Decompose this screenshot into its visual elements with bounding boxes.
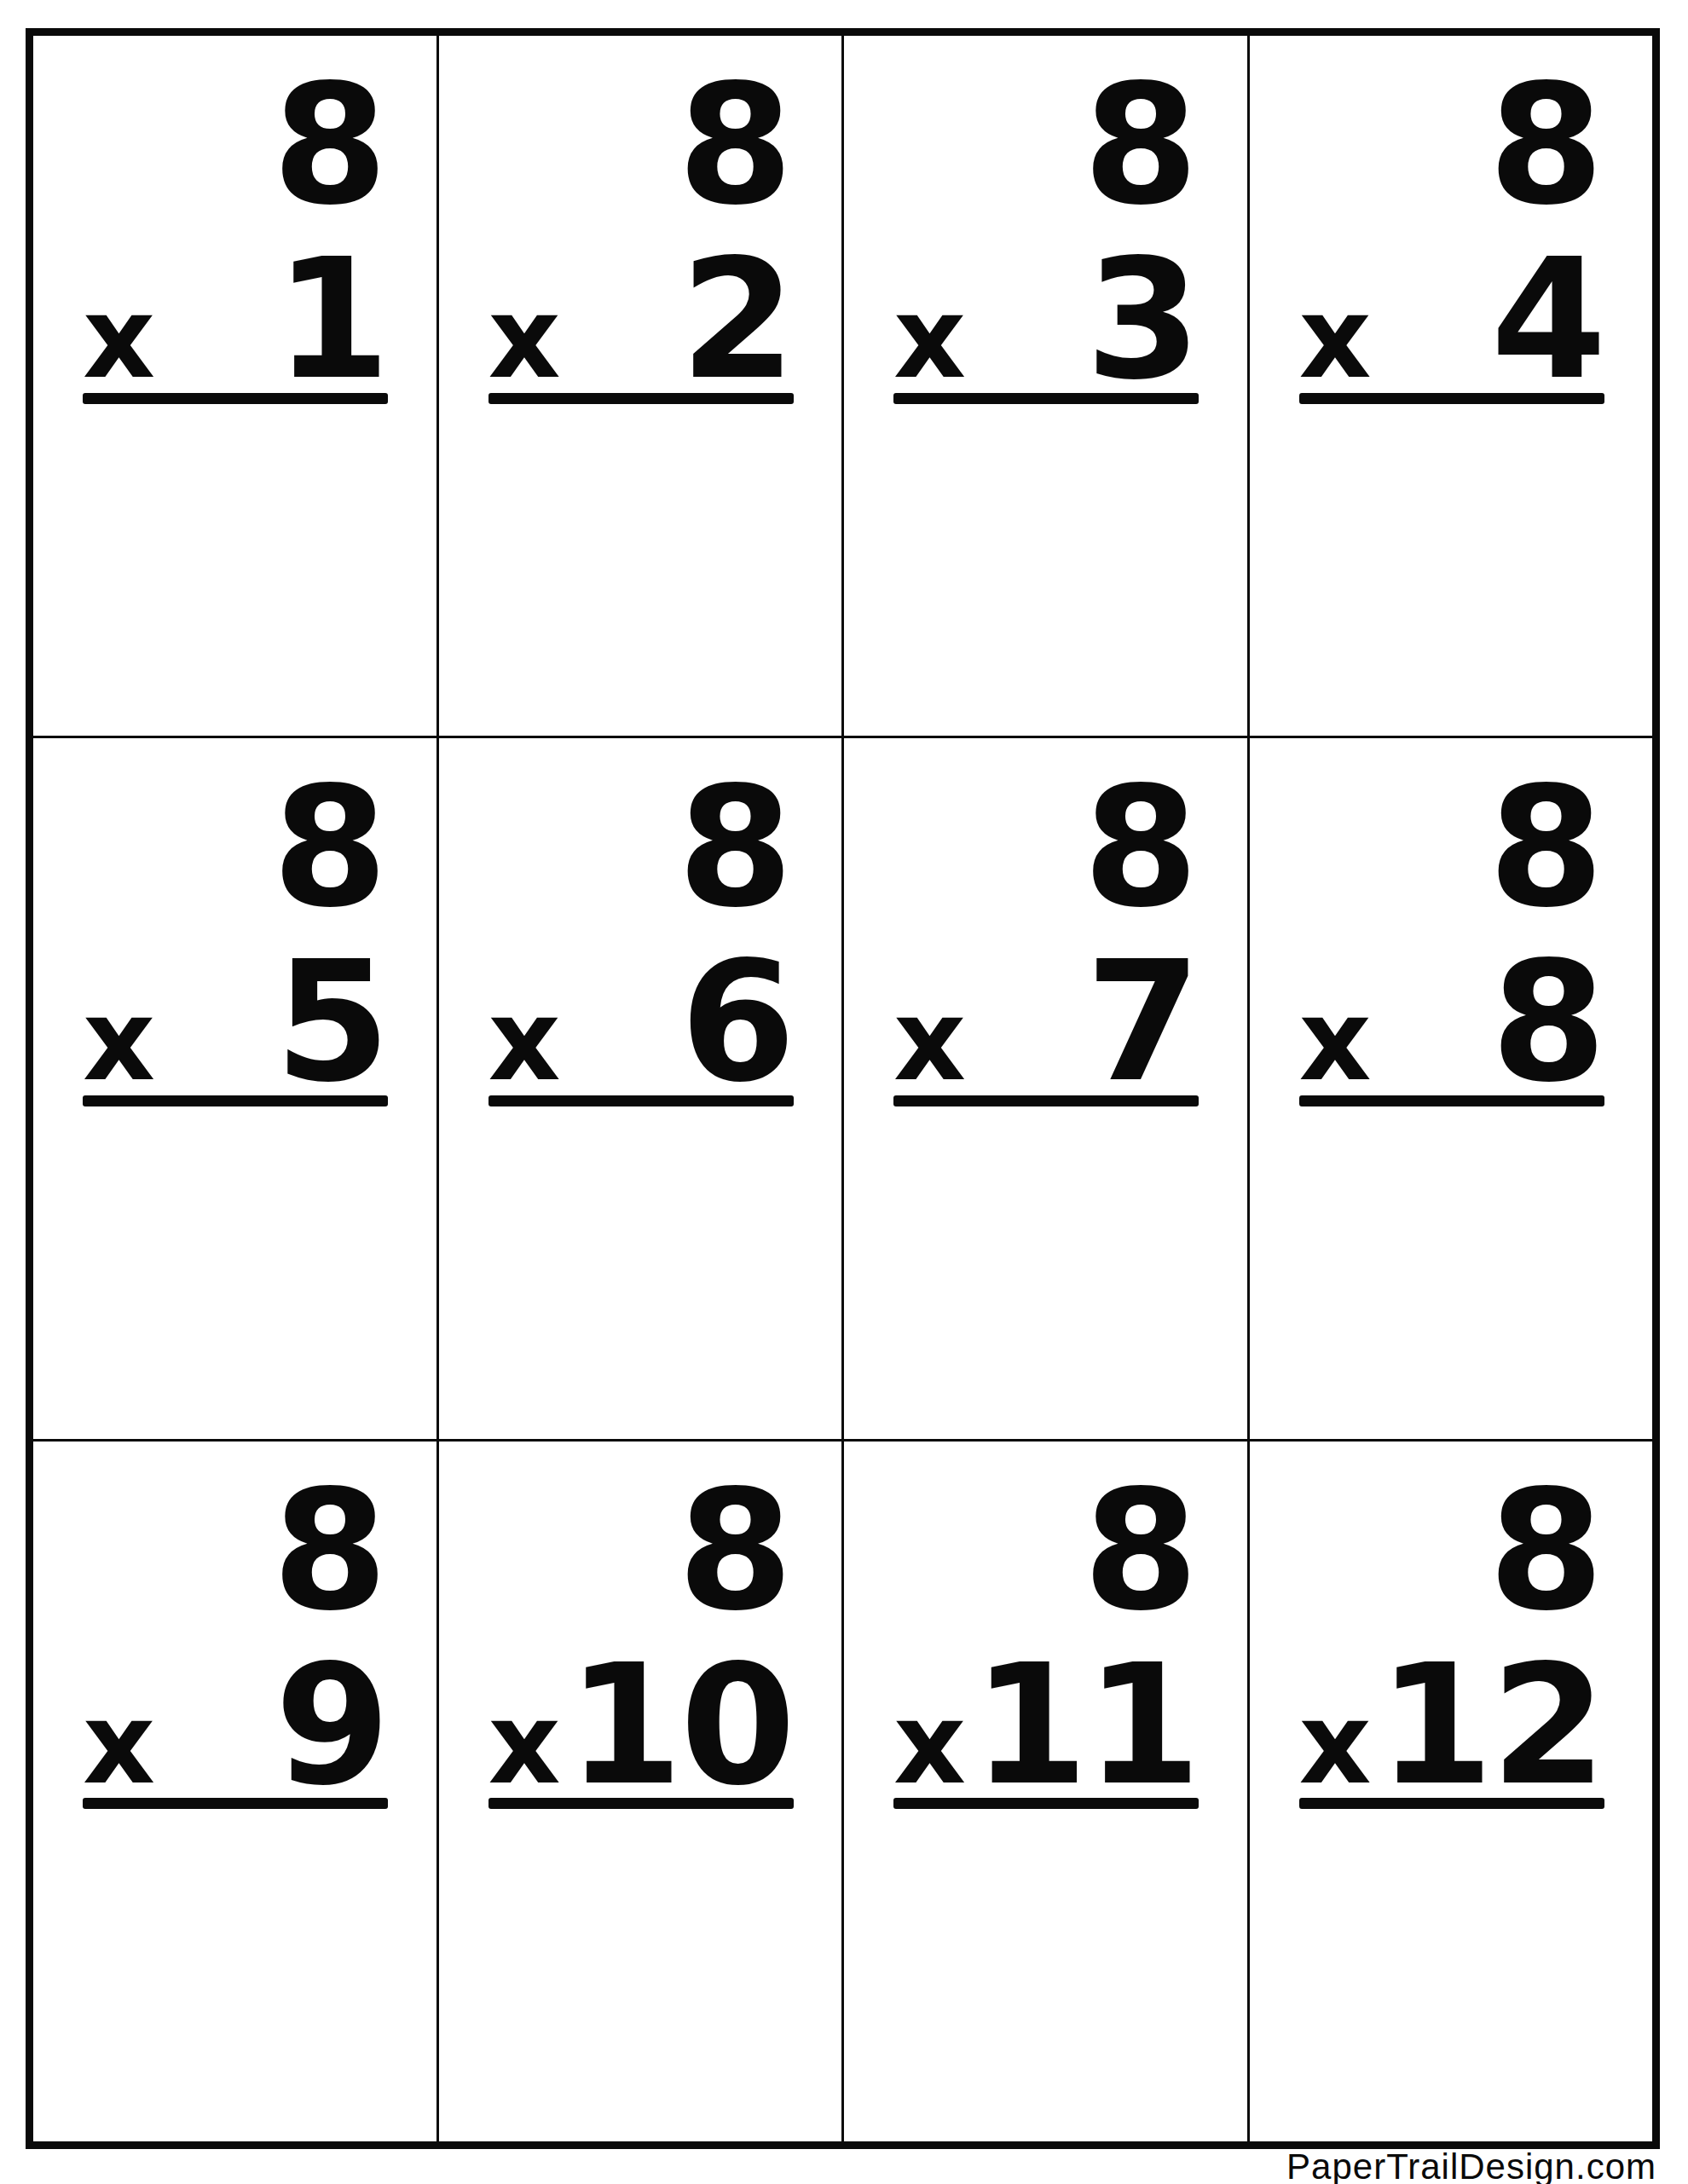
page: { "game": "multiplication-flash-cards", … [0,0,1688,2184]
bottom-factor: 2 [680,248,794,391]
problem: 8 x 11 [893,1467,1199,1810]
multiply-sign: x [893,1696,966,1793]
multiplier-row: x 6 [488,950,794,1094]
problem: 8 x 6 [488,764,794,1106]
top-factor: 8 [1299,1467,1604,1633]
problem: 8 x 4 [1299,61,1604,404]
flashcard-8x8: 8 x 8 [1250,738,1653,1438]
flashcard-8x9: 8 x 9 [33,1442,436,2141]
multiply-sign: x [1299,992,1372,1089]
flashcard-8x7: 8 x 7 [844,738,1247,1438]
top-factor: 8 [488,1467,794,1633]
top-factor: 8 [893,764,1199,930]
multiplier-row: x 5 [83,950,388,1094]
top-factor: 8 [83,61,388,228]
multiply-sign: x [1299,290,1372,387]
flashcard-8x12: 8 x 12 [1250,1442,1653,2141]
flashcard-8x11: 8 x 11 [844,1442,1247,2141]
watermark: PaperTrailDesign.com [1286,2149,1656,2184]
multiplier-row: x 3 [893,248,1199,391]
multiply-sign: x [83,992,155,1089]
bottom-factor: 1 [275,248,388,391]
top-factor: 8 [1299,61,1604,228]
bottom-factor: 6 [680,950,794,1094]
multiplier-row: x 1 [83,248,388,391]
bottom-factor: 10 [567,1654,793,1797]
top-factor: 8 [1299,764,1604,930]
problem: 8 x 3 [893,61,1199,404]
flashcard-8x2: 8 x 2 [439,36,842,736]
multiplier-row: x 11 [893,1654,1199,1797]
flashcard-sheet: 8 x 1 8 x 2 8 x [26,28,1660,2149]
top-factor: 8 [893,61,1199,228]
multiplier-row: x 12 [1299,1654,1604,1797]
top-factor: 8 [488,764,794,930]
multiply-sign: x [893,992,966,1089]
multiply-sign: x [488,1696,561,1793]
multiply-sign: x [83,1696,155,1793]
multiply-sign: x [893,290,966,387]
bottom-factor: 9 [275,1654,388,1797]
problem: 8 x 12 [1299,1467,1604,1810]
problem: 8 x 9 [83,1467,388,1810]
problem: 8 x 8 [1299,764,1604,1106]
flashcard-grid: 8 x 1 8 x 2 8 x [33,36,1652,2141]
bottom-factor: 5 [275,950,388,1094]
bottom-factor: 3 [1085,248,1199,391]
bottom-factor: 11 [973,1654,1199,1797]
problem: 8 x 10 [488,1467,794,1810]
flashcard-8x1: 8 x 1 [33,36,436,736]
problem: 8 x 5 [83,764,388,1106]
top-factor: 8 [83,1467,388,1633]
flashcard-8x4: 8 x 4 [1250,36,1653,736]
flashcard-8x5: 8 x 5 [33,738,436,1438]
multiply-sign: x [488,290,561,387]
problem: 8 x 1 [83,61,388,404]
multiplier-row: x 4 [1299,248,1604,391]
problem: 8 x 7 [893,764,1199,1106]
flashcard-8x10: 8 x 10 [439,1442,842,2141]
flashcard-8x3: 8 x 3 [844,36,1247,736]
multiplier-row: x 8 [1299,950,1604,1094]
top-factor: 8 [893,1467,1199,1633]
top-factor: 8 [488,61,794,228]
multiplier-row: x 2 [488,248,794,391]
multiply-sign: x [1299,1696,1372,1793]
multiply-sign: x [488,992,561,1089]
multiplier-row: x 7 [893,950,1199,1094]
bottom-factor: 7 [1085,950,1199,1094]
multiplier-row: x 9 [83,1654,388,1797]
bottom-factor: 4 [1491,248,1604,391]
multiply-sign: x [83,290,155,387]
flashcard-8x6: 8 x 6 [439,738,842,1438]
bottom-factor: 12 [1378,1654,1604,1797]
problem: 8 x 2 [488,61,794,404]
multiplier-row: x 10 [488,1654,794,1797]
top-factor: 8 [83,764,388,930]
bottom-factor: 8 [1491,950,1604,1094]
